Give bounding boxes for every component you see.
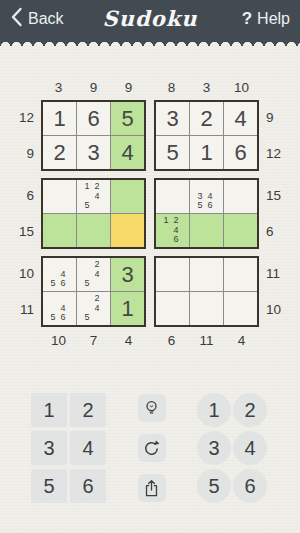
clue-top-col5: 3	[189, 80, 224, 95]
board-band-3: 1011456245345624511110	[15, 256, 285, 327]
mark-1	[82, 294, 92, 304]
clues-right-band3: 1110	[259, 256, 285, 327]
clue-top-col6: 10	[224, 80, 259, 95]
mark-6: 6	[171, 235, 181, 245]
clue-top-col2: 9	[76, 80, 111, 95]
pencil-marks: 456	[48, 260, 68, 289]
sudoku-board: 3998310129165234324516912615124534561246…	[15, 73, 285, 355]
clue-group-top-1: 8310	[154, 80, 259, 95]
keypad-left-2[interactable]: 2	[70, 393, 106, 427]
cell-digit: 5	[166, 140, 178, 166]
mark-3	[161, 226, 171, 236]
cell-r6c5[interactable]	[190, 292, 223, 325]
restart-button[interactable]	[138, 434, 166, 462]
cell-r4c3[interactable]	[111, 214, 144, 247]
clue-left-row5: 10	[15, 256, 41, 292]
keypad-right: 123456	[197, 393, 267, 503]
cell-r5c4[interactable]	[156, 258, 189, 291]
tool-column	[138, 394, 166, 502]
cell-r1c1[interactable]: 1	[43, 102, 76, 135]
cell-r3c2[interactable]: 1245	[77, 180, 110, 213]
clue-left-row2: 9	[15, 136, 41, 172]
clues-left-band1: 129	[15, 100, 41, 171]
keypad-left-3[interactable]: 3	[31, 431, 67, 465]
cell-digit: 2	[200, 106, 212, 132]
clue-bottom-col5: 11	[189, 333, 224, 348]
cell-r1c5[interactable]: 2	[190, 102, 223, 135]
clue-left-row1: 12	[15, 100, 41, 136]
box-r1c1: 165234	[41, 100, 146, 171]
clue-right-row3: 15	[259, 178, 285, 214]
mark-5: 5	[82, 201, 92, 211]
cell-r2c6[interactable]: 6	[224, 136, 257, 169]
cell-digit: 4	[234, 106, 246, 132]
box-r2c1: 1245	[41, 178, 146, 249]
mark-5: 5	[195, 201, 205, 211]
cell-r6c1[interactable]: 456	[43, 292, 76, 325]
lightbulb-icon	[141, 398, 162, 419]
keypad-right-5[interactable]: 5	[197, 469, 231, 503]
box-r1c2: 324516	[154, 100, 259, 171]
pencil-marks: 1246	[161, 216, 181, 245]
clue-right-row5: 11	[259, 256, 285, 292]
clue-group-bottom-1: 6114	[154, 333, 259, 348]
cell-r1c2[interactable]: 6	[77, 102, 110, 135]
mark-1	[48, 260, 58, 270]
box-gap	[146, 256, 154, 327]
mark-6	[92, 313, 102, 323]
cell-r1c6[interactable]: 4	[224, 102, 257, 135]
mark-6: 6	[58, 313, 68, 323]
box-gap	[146, 100, 154, 171]
cell-r2c2[interactable]: 3	[77, 136, 110, 169]
clue-top-col4: 8	[154, 80, 189, 95]
pencil-marks: 245	[82, 294, 102, 323]
hint-button[interactable]	[138, 394, 166, 422]
mark-4: 4	[92, 270, 102, 280]
cell-digit: 1	[121, 296, 133, 322]
cell-r2c4[interactable]: 5	[156, 136, 189, 169]
mark-6	[92, 201, 102, 211]
cell-r4c2[interactable]	[77, 214, 110, 247]
mark-6: 6	[205, 201, 215, 211]
cell-digit: 3	[87, 140, 99, 166]
chevron-left-icon	[10, 7, 23, 31]
cell-r2c5[interactable]: 1	[190, 136, 223, 169]
cell-digit: 5	[121, 106, 133, 132]
clue-row-bottom: 10746114	[15, 327, 285, 355]
cell-digit: 3	[121, 262, 133, 288]
mark-5: 5	[48, 279, 58, 289]
keypad-left-1[interactable]: 1	[31, 393, 67, 427]
clue-left-row3: 6	[15, 178, 41, 214]
mark-4: 4	[92, 304, 102, 314]
keypad-left-5[interactable]: 5	[31, 469, 67, 503]
pencil-marks: 456	[48, 294, 68, 323]
cell-r2c1[interactable]: 2	[43, 136, 76, 169]
cell-r6c3[interactable]: 1	[111, 292, 144, 325]
cell-digit: 4	[121, 140, 133, 166]
cell-r4c6[interactable]	[224, 214, 257, 247]
clue-bottom-col6: 4	[224, 333, 259, 348]
back-label: Back	[28, 10, 64, 28]
pencil-marks: 1245	[82, 182, 102, 211]
board-band-1: 129165234324516912	[15, 100, 285, 171]
keypad-left: 123456	[31, 393, 106, 503]
cell-digit: 2	[53, 140, 65, 166]
pencil-marks: 245	[82, 260, 102, 289]
clue-right-row6: 10	[259, 292, 285, 328]
cell-r5c1[interactable]: 456	[43, 258, 76, 291]
cell-digit: 3	[166, 106, 178, 132]
back-button[interactable]: Back	[10, 7, 64, 31]
clues-left-band3: 1011	[15, 256, 41, 327]
cell-r1c4[interactable]: 3	[156, 102, 189, 135]
keypad-left-4[interactable]: 4	[70, 431, 106, 465]
keypad-right-4[interactable]: 4	[233, 431, 267, 465]
cell-r5c6[interactable]	[224, 258, 257, 291]
clue-left-row4: 15	[15, 214, 41, 250]
scalloped-edge-decoration	[0, 38, 300, 46]
page-title: Sudoku	[103, 6, 198, 31]
cell-r5c2[interactable]: 245	[77, 258, 110, 291]
cell-r2c3[interactable]: 4	[111, 136, 144, 169]
keypad-right-1[interactable]: 1	[197, 393, 231, 427]
cell-r3c6[interactable]	[224, 180, 257, 213]
clue-top-col1: 3	[41, 80, 76, 95]
help-label: Help	[257, 10, 290, 28]
clue-group-top-0: 399	[41, 80, 146, 95]
mark-1: 1	[161, 216, 171, 226]
question-mark-icon: ?	[242, 9, 252, 29]
mark-1	[48, 294, 58, 304]
cell-r4c5[interactable]	[190, 214, 223, 247]
restart-icon	[141, 438, 162, 459]
keypad-right-3[interactable]: 3	[197, 431, 231, 465]
mark-5: 5	[48, 313, 58, 323]
clue-bottom-col4: 6	[154, 333, 189, 348]
cell-r3c3[interactable]	[111, 180, 144, 213]
clue-bottom-col2: 7	[76, 333, 111, 348]
board-band-2: 615124534561246156	[15, 178, 285, 249]
share-icon	[141, 478, 162, 499]
clue-bottom-col3: 4	[111, 333, 146, 348]
cell-r3c4[interactable]	[156, 180, 189, 213]
cell-r3c5[interactable]: 3456	[190, 180, 223, 213]
mark-6	[92, 279, 102, 289]
mark-1	[82, 260, 92, 270]
mark-4: 4	[92, 192, 102, 202]
clue-group-bottom-0: 1074	[41, 333, 146, 348]
mark-5: 5	[82, 279, 92, 289]
pencil-marks: 3456	[195, 182, 215, 211]
cell-digit: 6	[234, 140, 246, 166]
cell-r6c4[interactable]	[156, 292, 189, 325]
keypad-left-6[interactable]: 6	[70, 469, 106, 503]
clues-right-band1: 912	[259, 100, 285, 171]
box-r2c2: 34561246	[154, 178, 259, 249]
cell-digit: 6	[87, 106, 99, 132]
box-r3c2	[154, 256, 259, 327]
cell-r1c3[interactable]: 5	[111, 102, 144, 135]
controls: 123456 123456	[31, 393, 267, 503]
box-r3c1: 45624534562451	[41, 256, 146, 327]
clue-top-col3: 9	[111, 80, 146, 95]
cell-r6c6[interactable]	[224, 292, 257, 325]
keypad-right-6[interactable]: 6	[233, 469, 267, 503]
help-button[interactable]: ? Help	[242, 9, 290, 29]
navigation-bar: Back Sudoku ? Help	[0, 0, 300, 38]
clue-bottom-col1: 10	[41, 333, 76, 348]
cell-r5c3[interactable]: 3	[111, 258, 144, 291]
share-button[interactable]	[138, 474, 166, 502]
cell-digit: 1	[53, 106, 65, 132]
mark-6: 6	[58, 279, 68, 289]
cell-digit: 1	[200, 140, 212, 166]
clue-row-top: 3998310	[15, 73, 285, 100]
clues-right-band2: 156	[259, 178, 285, 249]
cell-r3c1[interactable]	[43, 180, 76, 213]
clue-left-row6: 11	[15, 292, 41, 328]
box-gap	[146, 178, 154, 249]
mark-5	[161, 235, 171, 245]
clue-right-row1: 9	[259, 100, 285, 136]
cell-r4c4[interactable]: 1246	[156, 214, 189, 247]
mark-5: 5	[82, 313, 92, 323]
cell-r5c5[interactable]	[190, 258, 223, 291]
clue-right-row4: 6	[259, 214, 285, 250]
clues-left-band2: 615	[15, 178, 41, 249]
keypad-right-2[interactable]: 2	[233, 393, 267, 427]
cell-r4c1[interactable]	[43, 214, 76, 247]
cell-r6c2[interactable]: 245	[77, 292, 110, 325]
mark-1: 1	[82, 182, 92, 192]
clue-right-row2: 12	[259, 136, 285, 172]
